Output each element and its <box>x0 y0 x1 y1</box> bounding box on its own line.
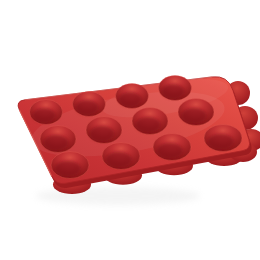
muffin-cup-r1-c2 <box>73 92 106 117</box>
cup-floor-shadow <box>44 135 68 151</box>
cup-floor-shadow <box>136 117 160 133</box>
muffin-cup-r3-c1 <box>51 152 89 179</box>
cup-floor-shadow <box>182 108 206 124</box>
muffin-cup-r2-c4 <box>178 99 214 126</box>
muffin-pan-illustration <box>0 0 260 260</box>
product-photo <box>0 0 260 260</box>
muffin-cup-r3-c4 <box>204 125 242 152</box>
muffin-cup-r3-c2 <box>102 143 140 170</box>
muffin-cup-r1-c4 <box>159 76 192 101</box>
cup-floor-shadow <box>157 143 183 159</box>
muffin-cup-r2-c1 <box>40 126 76 153</box>
cup-floor-shadow <box>106 152 132 168</box>
muffin-cup-r1-c1 <box>30 100 63 125</box>
muffin-cup-r3-c3 <box>153 134 191 161</box>
cup-floor-shadow <box>208 134 234 150</box>
cup-floor-shadow <box>119 92 141 107</box>
cup-floor-shadow <box>90 126 114 142</box>
cup-floor-shadow <box>33 108 55 123</box>
muffin-cup-r2-c3 <box>132 108 168 135</box>
cup-floor-shadow <box>55 161 81 177</box>
cup-floor-shadow <box>162 84 184 99</box>
muffin-cup-r2-c2 <box>86 117 122 144</box>
cup-floor-shadow <box>76 100 98 115</box>
muffin-cup-r1-c3 <box>116 84 149 109</box>
